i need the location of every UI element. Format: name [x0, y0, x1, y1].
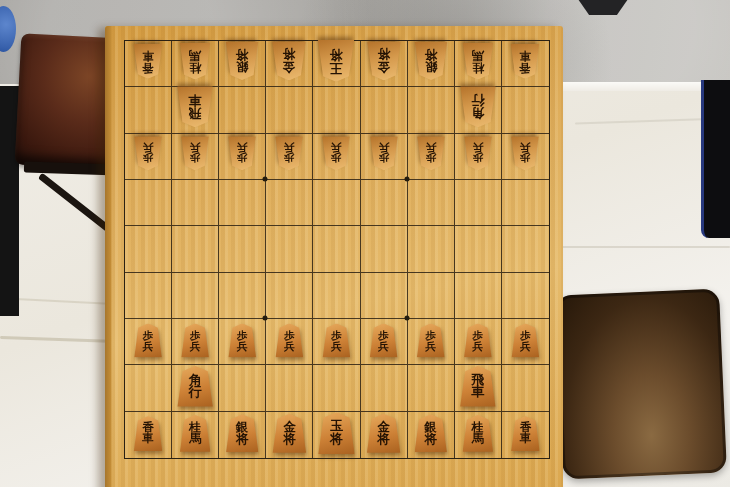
- piece-kanji: 飛車: [177, 86, 213, 127]
- piece-pawn-sente[interactable]: 歩兵: [275, 323, 303, 357]
- piece-gold-sente[interactable]: 金将: [272, 414, 306, 453]
- board-cell[interactable]: 金将: [266, 41, 313, 87]
- piece-kanji: 歩兵: [181, 137, 209, 171]
- board-cell[interactable]: 飛車: [172, 87, 219, 133]
- piece-kanji: 玉将: [318, 412, 355, 454]
- board-cell[interactable]: [172, 180, 219, 226]
- board-cell[interactable]: [219, 365, 266, 411]
- board-cell[interactable]: [361, 273, 408, 319]
- board-cell[interactable]: 金将: [266, 412, 313, 458]
- board-cell[interactable]: [172, 273, 219, 319]
- piece-kanji: 歩兵: [275, 137, 303, 171]
- board-cell[interactable]: [455, 226, 502, 272]
- piece-kanji: 角行: [177, 366, 213, 407]
- board-cell[interactable]: [125, 87, 172, 133]
- board-cell[interactable]: 歩兵: [455, 134, 502, 180]
- board-cell[interactable]: 桂馬: [455, 412, 502, 458]
- board-cell[interactable]: [219, 180, 266, 226]
- piece-kanji: 金将: [272, 41, 306, 80]
- board-cell[interactable]: 歩兵: [125, 319, 172, 365]
- piece-gold-gote[interactable]: 金将: [367, 41, 401, 80]
- board-cell[interactable]: 歩兵: [455, 319, 502, 365]
- piece-lance-gote[interactable]: 香車: [511, 43, 540, 78]
- board-cell[interactable]: [266, 273, 313, 319]
- board-cell[interactable]: [125, 273, 172, 319]
- board-cell[interactable]: [313, 273, 360, 319]
- board-cell[interactable]: 桂馬: [172, 41, 219, 87]
- board-cell[interactable]: [408, 180, 455, 226]
- board-cell[interactable]: 歩兵: [408, 134, 455, 180]
- piece-pawn-gote[interactable]: 歩兵: [134, 137, 162, 171]
- board-cell[interactable]: 歩兵: [361, 134, 408, 180]
- board-cell[interactable]: [502, 87, 549, 133]
- board-side-edge: [105, 26, 112, 487]
- board-cell[interactable]: [125, 226, 172, 272]
- piece-kanji: 歩兵: [134, 137, 162, 171]
- board-cell[interactable]: 歩兵: [266, 134, 313, 180]
- piece-pawn-gote[interactable]: 歩兵: [322, 137, 350, 171]
- piece-kanji: 歩兵: [134, 323, 162, 357]
- board-cell[interactable]: [455, 180, 502, 226]
- board-cell[interactable]: 金将: [361, 41, 408, 87]
- board-cell[interactable]: 香車: [502, 41, 549, 87]
- piece-pawn-sente[interactable]: 歩兵: [511, 323, 539, 357]
- piece-kanji: 歩兵: [228, 137, 256, 171]
- piece-kanji: 歩兵: [322, 137, 350, 171]
- piece-pawn-gote[interactable]: 歩兵: [275, 137, 303, 171]
- board-cell[interactable]: [502, 180, 549, 226]
- board-cell[interactable]: 香車: [125, 412, 172, 458]
- piece-knight-gote[interactable]: 桂馬: [462, 42, 493, 79]
- board-cell[interactable]: 歩兵: [125, 134, 172, 180]
- piece-pawn-gote[interactable]: 歩兵: [228, 137, 256, 171]
- piece-rook-sente[interactable]: 飛車: [460, 366, 496, 407]
- piece-pawn-sente[interactable]: 歩兵: [417, 323, 445, 357]
- piece-kanji: 香車: [511, 43, 540, 78]
- piece-silver-gote[interactable]: 銀将: [226, 42, 259, 80]
- board-cell[interactable]: 角行: [455, 87, 502, 133]
- piece-pawn-sente[interactable]: 歩兵: [322, 323, 350, 357]
- piece-kanji: 桂馬: [462, 415, 493, 452]
- board-cell[interactable]: 飛車: [455, 365, 502, 411]
- board-cell[interactable]: 歩兵: [408, 319, 455, 365]
- board-cell[interactable]: 桂馬: [172, 412, 219, 458]
- board-cell[interactable]: 銀将: [219, 412, 266, 458]
- piece-kanji: 桂馬: [180, 42, 211, 79]
- board-cell[interactable]: [361, 180, 408, 226]
- board-cell[interactable]: [502, 365, 549, 411]
- piece-pawn-gote[interactable]: 歩兵: [464, 137, 492, 171]
- piece-pawn-gote[interactable]: 歩兵: [417, 137, 445, 171]
- board-cell[interactable]: [219, 273, 266, 319]
- piece-kanji: 歩兵: [275, 323, 303, 357]
- piece-kanji: 香車: [134, 416, 163, 451]
- piece-pawn-sente[interactable]: 歩兵: [134, 323, 162, 357]
- piece-knight-sente[interactable]: 桂馬: [180, 415, 211, 452]
- piece-kanji: 歩兵: [464, 137, 492, 171]
- piece-pawn-sente[interactable]: 歩兵: [181, 323, 209, 357]
- piece-silver-gote[interactable]: 銀将: [414, 42, 447, 80]
- piece-kanji: 香車: [134, 43, 163, 78]
- piece-kanji: 歩兵: [464, 323, 492, 357]
- board-cell[interactable]: [313, 365, 360, 411]
- piece-gold-gote[interactable]: 金将: [272, 41, 306, 80]
- piece-bishop-sente[interactable]: 角行: [177, 366, 213, 407]
- hoshi-dot: [263, 177, 268, 182]
- board-cell[interactable]: [502, 226, 549, 272]
- piece-kanji: 飛車: [460, 366, 496, 407]
- board-cell[interactable]: 歩兵: [172, 319, 219, 365]
- board-cell[interactable]: 王将: [313, 41, 360, 87]
- piece-silver-sente[interactable]: 銀将: [226, 414, 259, 452]
- board-cell[interactable]: [361, 226, 408, 272]
- piece-kanji: 歩兵: [370, 137, 398, 171]
- board-cell[interactable]: 歩兵: [266, 319, 313, 365]
- board-cell[interactable]: [408, 365, 455, 411]
- board-cell[interactable]: 銀将: [408, 41, 455, 87]
- piece-kanji: 歩兵: [417, 137, 445, 171]
- piece-lance-gote[interactable]: 香車: [134, 43, 163, 78]
- piece-knight-gote[interactable]: 桂馬: [180, 42, 211, 79]
- piece-kanji: 銀将: [226, 414, 259, 452]
- piece-lance-sente[interactable]: 香車: [511, 416, 540, 451]
- piece-pawn-sente[interactable]: 歩兵: [228, 323, 256, 357]
- piece-kanji: 歩兵: [511, 323, 539, 357]
- board-cell[interactable]: [361, 87, 408, 133]
- board-cell[interactable]: [408, 226, 455, 272]
- board-cell[interactable]: [313, 87, 360, 133]
- scene: 香車桂馬銀将金将王将金将銀将桂馬香車飛車角行歩兵歩兵歩兵歩兵歩兵歩兵歩兵歩兵歩兵…: [0, 0, 730, 487]
- piece-kanji: 香車: [511, 416, 540, 451]
- cloth-fold: [560, 246, 730, 248]
- board-cell[interactable]: 歩兵: [172, 134, 219, 180]
- hoshi-dot: [404, 316, 409, 321]
- board-cell[interactable]: 香車: [125, 41, 172, 87]
- board-cell[interactable]: 歩兵: [361, 319, 408, 365]
- piece-kanji: 金将: [272, 414, 306, 453]
- piece-pawn-gote[interactable]: 歩兵: [511, 137, 539, 171]
- piece-kanji: 金将: [367, 41, 401, 80]
- piece-kanji: 銀将: [226, 42, 259, 80]
- piece-kanji: 銀将: [414, 414, 447, 452]
- piece-kanji: 歩兵: [370, 323, 398, 357]
- board-cell[interactable]: [266, 365, 313, 411]
- piece-king-sente-sente[interactable]: 玉将: [318, 412, 355, 454]
- piece-pawn-sente[interactable]: 歩兵: [370, 323, 398, 357]
- board-cell[interactable]: [455, 273, 502, 319]
- board-cell[interactable]: [361, 365, 408, 411]
- board-cell[interactable]: [125, 365, 172, 411]
- piece-kanji: 桂馬: [462, 42, 493, 79]
- piece-kanji: 王将: [318, 39, 355, 81]
- board-cell[interactable]: 歩兵: [502, 319, 549, 365]
- board-cell[interactable]: 香車: [502, 412, 549, 458]
- board-cell[interactable]: 桂馬: [455, 41, 502, 87]
- board-cell[interactable]: 玉将: [313, 412, 360, 458]
- piece-pawn-sente[interactable]: 歩兵: [464, 323, 492, 357]
- board-cell[interactable]: [219, 87, 266, 133]
- board-cell[interactable]: [266, 180, 313, 226]
- hoshi-dot: [404, 177, 409, 182]
- piece-kanji: 歩兵: [181, 323, 209, 357]
- board-cell[interactable]: 歩兵: [313, 134, 360, 180]
- board-cell[interactable]: 歩兵: [219, 134, 266, 180]
- board-cell[interactable]: [313, 226, 360, 272]
- piece-kanji: 桂馬: [180, 415, 211, 452]
- board-cell[interactable]: 金将: [361, 412, 408, 458]
- hoshi-dot: [263, 316, 268, 321]
- piece-lance-sente[interactable]: 香車: [134, 416, 163, 451]
- shogi-board: 香車桂馬銀将金将王将金将銀将桂馬香車飛車角行歩兵歩兵歩兵歩兵歩兵歩兵歩兵歩兵歩兵…: [105, 26, 563, 487]
- piece-tray: [555, 289, 727, 480]
- piece-kanji: 歩兵: [417, 323, 445, 357]
- piece-kanji: 金将: [367, 414, 401, 453]
- piece-kanji: 角行: [460, 86, 496, 127]
- chair-back: [701, 80, 730, 238]
- board-cell[interactable]: [266, 87, 313, 133]
- board-cell[interactable]: 銀将: [219, 41, 266, 87]
- piece-rook-gote[interactable]: 飛車: [177, 86, 213, 127]
- board-grid: 香車桂馬銀将金将王将金将銀将桂馬香車飛車角行歩兵歩兵歩兵歩兵歩兵歩兵歩兵歩兵歩兵…: [124, 40, 550, 459]
- piece-silver-sente[interactable]: 銀将: [414, 414, 447, 452]
- piece-knight-sente[interactable]: 桂馬: [462, 415, 493, 452]
- board-cell[interactable]: [502, 273, 549, 319]
- board-cell[interactable]: [125, 180, 172, 226]
- board-cell[interactable]: 角行: [172, 365, 219, 411]
- board-cell[interactable]: [219, 226, 266, 272]
- piece-kanji: 歩兵: [228, 323, 256, 357]
- piece-pawn-gote[interactable]: 歩兵: [370, 137, 398, 171]
- piece-bishop-gote[interactable]: 角行: [460, 86, 496, 127]
- board-cell[interactable]: [408, 87, 455, 133]
- board-cell[interactable]: 歩兵: [313, 319, 360, 365]
- board-cell[interactable]: [408, 273, 455, 319]
- piece-kanji: 銀将: [414, 42, 447, 80]
- board-cell[interactable]: [172, 226, 219, 272]
- piece-kanji: 歩兵: [322, 323, 350, 357]
- piece-gold-sente[interactable]: 金将: [367, 414, 401, 453]
- board-cell[interactable]: 歩兵: [502, 134, 549, 180]
- board-cell[interactable]: 銀将: [408, 412, 455, 458]
- piece-king-gote-gote[interactable]: 王将: [318, 39, 355, 81]
- piece-kanji: 歩兵: [511, 137, 539, 171]
- board-cell[interactable]: [266, 226, 313, 272]
- piece-pawn-gote[interactable]: 歩兵: [181, 137, 209, 171]
- board-cell[interactable]: [313, 180, 360, 226]
- board-cell[interactable]: 歩兵: [219, 319, 266, 365]
